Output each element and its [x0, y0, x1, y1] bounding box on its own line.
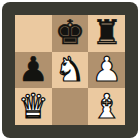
square-r1c2[interactable]: ♟︎: [88, 52, 125, 89]
black-rook[interactable]: ♜: [91, 15, 121, 49]
chess-board[interactable]: ♚♜♟︎♞♟︎♛♝: [15, 15, 125, 125]
square-r1c1[interactable]: ♞: [52, 52, 89, 89]
chess-icon-canvas: ♚♜♟︎♞♟︎♛♝: [0, 0, 140, 140]
white-queen[interactable]: ♛: [18, 89, 48, 123]
black-king[interactable]: ♚: [55, 15, 85, 49]
square-r2c1[interactable]: [52, 88, 89, 125]
square-r2c2[interactable]: ♝: [88, 88, 125, 125]
black-pawn[interactable]: ♟︎: [18, 52, 48, 86]
square-r2c0[interactable]: ♛: [15, 88, 52, 125]
square-r0c0[interactable]: [15, 15, 52, 52]
white-pawn[interactable]: ♟︎: [91, 52, 121, 86]
square-r1c0[interactable]: ♟︎: [15, 52, 52, 89]
white-knight[interactable]: ♞: [55, 52, 85, 86]
white-bishop[interactable]: ♝: [91, 89, 121, 123]
square-r0c2[interactable]: ♜: [88, 15, 125, 52]
square-r0c1[interactable]: ♚: [52, 15, 89, 52]
